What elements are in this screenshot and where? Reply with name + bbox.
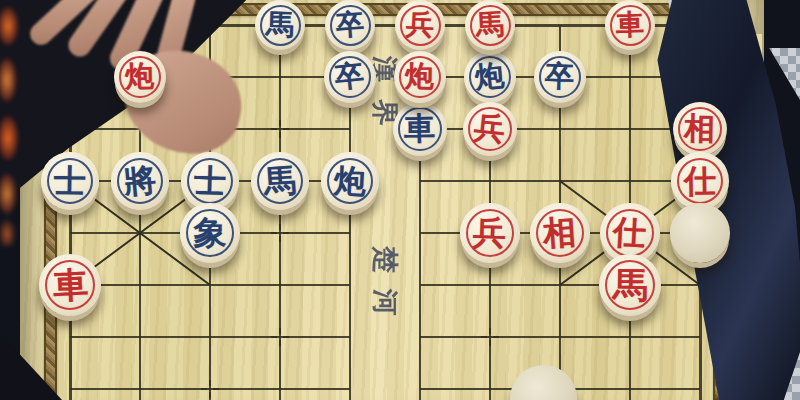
piece-glyph: 仕 — [684, 165, 717, 198]
piece-glyph: 炮 — [333, 164, 367, 198]
piece-glyph: 士 — [54, 165, 87, 198]
piece-black-cannon[interactable]: 炮 — [464, 51, 516, 103]
piece-glyph: 相 — [542, 215, 577, 250]
piece-red-general[interactable] — [670, 203, 730, 263]
piece-red-chariot[interactable]: 車 — [39, 254, 101, 316]
piece-glyph: 象 — [193, 216, 226, 249]
piece-black-advisor[interactable]: 士 — [41, 152, 98, 209]
piece-glyph: 兵 — [473, 216, 507, 250]
piece-black-horse[interactable]: 馬 — [251, 152, 308, 209]
piece-glyph: 馬 — [612, 267, 648, 303]
grid-line-horizontal — [420, 336, 700, 338]
piece-black-advisor[interactable]: 士 — [181, 152, 238, 209]
piece-red-soldier[interactable]: 兵 — [395, 0, 445, 50]
grid-line-horizontal — [70, 284, 350, 286]
piece-red-advisor[interactable]: 仕 — [671, 152, 728, 209]
piece-red-elephant[interactable]: 相 — [530, 203, 590, 263]
piece-glyph: 馬 — [263, 164, 297, 198]
piece-black-cannon[interactable]: 炮 — [321, 152, 378, 209]
piece-red-cannon[interactable]: 炮 — [394, 51, 446, 103]
piece-glyph: 卒 — [545, 62, 575, 92]
piece-glyph: 將 — [123, 164, 158, 199]
piece-glyph: 卒 — [335, 10, 365, 40]
piece-red-horse[interactable]: 馬 — [599, 254, 661, 316]
piece-black-horse[interactable]: 馬 — [255, 0, 305, 50]
piece-glyph: 車 — [616, 11, 645, 40]
point-marker — [481, 328, 499, 346]
piece-black-soldier[interactable]: 卒 — [534, 51, 586, 103]
piece-glyph: 仕 — [613, 216, 648, 251]
grid-line-horizontal — [70, 336, 350, 338]
piece-glyph: 馬 — [266, 11, 295, 40]
piece-glyph: 炮 — [125, 62, 155, 92]
piece-black-soldier[interactable]: 卒 — [325, 0, 375, 50]
piece-glyph: 兵 — [405, 10, 434, 39]
piece-black-general[interactable]: 將 — [111, 152, 168, 209]
piece-red-horse[interactable]: 馬 — [465, 0, 515, 50]
piece-red-chariot[interactable]: 車 — [605, 0, 655, 50]
point-marker — [271, 328, 289, 346]
point-marker — [271, 224, 289, 242]
grid-line-horizontal — [420, 180, 700, 182]
piece-glyph: 車 — [52, 267, 89, 304]
red-calligraphy-watermark — [0, 2, 22, 246]
piece-glyph: 士 — [193, 164, 226, 197]
piece-black-elephant[interactable]: 象 — [180, 203, 240, 263]
piece-red-soldier[interactable]: 兵 — [460, 203, 520, 263]
piece-glyph: 兵 — [473, 112, 507, 146]
piece-glyph: 車 — [404, 113, 436, 145]
piece-glyph: 相 — [684, 113, 716, 145]
piece-glyph: 炮 — [405, 62, 435, 92]
piece-red-cannon[interactable]: 炮 — [114, 51, 166, 103]
point-marker — [271, 120, 289, 138]
point-marker — [201, 380, 219, 398]
piece-glyph: 馬 — [475, 10, 504, 39]
photo-stage: 漢界 楚河 馬卒卒炮卒車士將士馬炮象兵馬車炮炮兵相仕兵相仕馬車 — [0, 0, 800, 400]
piece-glyph: 炮 — [474, 61, 505, 92]
piece-black-soldier[interactable]: 卒 — [324, 51, 376, 103]
piece-glyph: 卒 — [334, 61, 366, 93]
